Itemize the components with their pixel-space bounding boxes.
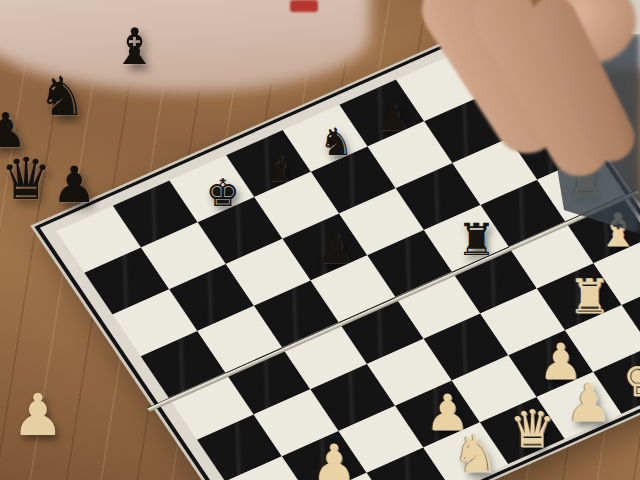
white-pawn-on-table[interactable]: ♟ — [12, 386, 64, 444]
chess-photo-scene: { "game": "chess", "position": "2kbnp2/8… — [0, 0, 640, 480]
red-object — [290, 0, 318, 12]
black-queen-on-table[interactable]: ♛ — [0, 150, 52, 208]
black-knight-on-table[interactable]: ♞ — [38, 70, 86, 124]
black-pawn-on-table[interactable]: ♟ — [52, 160, 97, 210]
red-object — [599, 1, 617, 10]
white-king[interactable]: ♚ — [622, 352, 640, 404]
black-bishop-on-table[interactable]: ♝ — [112, 22, 157, 72]
